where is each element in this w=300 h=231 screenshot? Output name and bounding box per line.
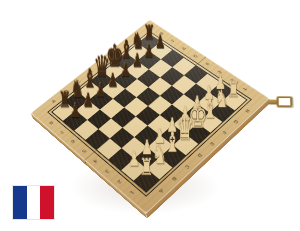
coord-label: H (244, 108, 250, 113)
flag-white-stripe (27, 186, 41, 219)
coord-label: 5 (81, 148, 87, 153)
product-photo-canvas: 87654321 87654321 HGFEDCBA HGFEDCBA ♜♞♝♛… (0, 0, 300, 231)
pieces-layer: ♜♞♝♛♚♝♞♜♟♟♟♟♟♟♟♟♟♟♟♟♟♟♟♟♜♞♝♛♚♝♞♜ (52, 35, 246, 192)
coord-label: 7 (59, 129, 65, 134)
coord-label: E (209, 141, 215, 146)
coord-label: 3 (104, 168, 110, 173)
chessboard: 87654321 87654321 HGFEDCBA HGFEDCBA ♜♞♝♛… (31, 20, 270, 214)
flag-blue-stripe (13, 186, 27, 219)
coord-label: B (171, 176, 177, 182)
clasp-loop (277, 96, 293, 107)
coord-label: F (221, 130, 227, 135)
piece-glyph: ♟ (65, 101, 86, 120)
coord-label: 4 (92, 158, 98, 163)
piece-glyph: ♜ (135, 156, 158, 180)
coord-label: 6 (181, 47, 186, 51)
flag-red-stripe (40, 186, 54, 219)
coord-label: 4 (205, 62, 211, 66)
coord-label: C (184, 164, 190, 169)
coord-label: 6 (70, 139, 76, 144)
coord-label: 1 (129, 189, 135, 194)
coord-label: G (232, 119, 239, 124)
brass-clasp-icon (268, 96, 293, 108)
coord-label: A (158, 188, 165, 194)
coord-label: 7 (170, 39, 175, 43)
coord-label: 5 (193, 54, 199, 58)
coord-label: 8 (48, 120, 54, 125)
coord-label: 2 (116, 179, 122, 184)
coord-label: D (196, 152, 203, 158)
fold-seam (84, 160, 86, 166)
france-flag (12, 185, 55, 220)
